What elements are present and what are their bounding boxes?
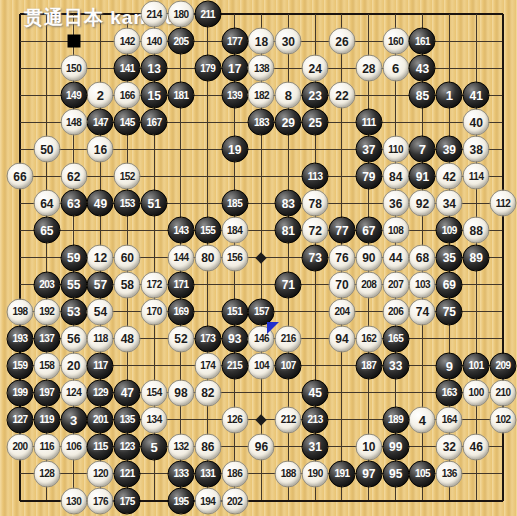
stone-white-2: 2 — [87, 82, 114, 109]
stone-white-70: 70 — [328, 271, 355, 298]
stone-black-167: 167 — [141, 109, 168, 136]
stone-black-113: 113 — [302, 163, 329, 190]
stone-white-50: 50 — [33, 136, 60, 163]
stone-black-193: 193 — [7, 325, 34, 352]
stone-white-128: 128 — [33, 460, 60, 487]
stone-black-19: 19 — [221, 136, 248, 163]
stone-white-186: 186 — [221, 460, 248, 487]
stone-white-8: 8 — [275, 82, 302, 109]
stone-black-153: 153 — [114, 190, 141, 217]
stone-black-63: 63 — [60, 190, 87, 217]
stone-black-187: 187 — [355, 352, 382, 379]
stone-white-62: 62 — [60, 163, 87, 190]
stone-white-88: 88 — [463, 217, 490, 244]
stone-white-207: 207 — [382, 271, 409, 298]
stone-white-114: 114 — [463, 163, 490, 190]
stone-white-72: 72 — [302, 217, 329, 244]
stone-black-1: 1 — [436, 82, 463, 109]
stone-black-185: 185 — [221, 190, 248, 217]
stone-white-120: 120 — [87, 460, 114, 487]
stone-white-150: 150 — [60, 55, 87, 82]
stone-black-123: 123 — [114, 433, 141, 460]
stone-black-83: 83 — [275, 190, 302, 217]
stone-black-171: 171 — [167, 271, 194, 298]
stone-white-80: 80 — [194, 244, 221, 271]
stone-black-155: 155 — [194, 217, 221, 244]
stone-white-40: 40 — [463, 109, 490, 136]
stone-black-95: 95 — [382, 460, 409, 487]
stone-black-23: 23 — [302, 82, 329, 109]
stone-white-54: 54 — [87, 298, 114, 325]
stone-black-65: 65 — [33, 217, 60, 244]
stone-white-132: 132 — [167, 433, 194, 460]
stone-black-165: 165 — [382, 325, 409, 352]
blue-triangle-marker — [267, 322, 279, 334]
stone-white-210: 210 — [489, 379, 516, 406]
go-board-diagram: 1234567891012131516171819202223242526282… — [0, 0, 517, 516]
stone-black-39: 39 — [436, 136, 463, 163]
stone-black-131: 131 — [194, 460, 221, 487]
stone-white-202: 202 — [221, 488, 248, 515]
stone-white-154: 154 — [141, 379, 168, 406]
stone-white-192: 192 — [33, 298, 60, 325]
stone-black-9: 9 — [436, 352, 463, 379]
stone-white-92: 92 — [409, 190, 436, 217]
stone-black-183: 183 — [248, 109, 275, 136]
stone-black-121: 121 — [114, 460, 141, 487]
stone-black-57: 57 — [87, 271, 114, 298]
stone-black-161: 161 — [409, 28, 436, 55]
stone-black-159: 159 — [7, 352, 34, 379]
stone-black-149: 149 — [60, 82, 87, 109]
stone-black-3: 3 — [60, 406, 87, 433]
stone-white-28: 28 — [355, 55, 382, 82]
stone-white-46: 46 — [463, 433, 490, 460]
stone-white-78: 78 — [302, 190, 329, 217]
stone-black-145: 145 — [114, 109, 141, 136]
stone-white-32: 32 — [436, 433, 463, 460]
stone-white-194: 194 — [194, 488, 221, 515]
stone-black-55: 55 — [60, 271, 87, 298]
stone-black-79: 79 — [355, 163, 382, 190]
stone-white-138: 138 — [248, 55, 275, 82]
stone-black-49: 49 — [87, 190, 114, 217]
stone-black-163: 163 — [436, 379, 463, 406]
stone-black-59: 59 — [60, 244, 87, 271]
stone-black-13: 13 — [141, 55, 168, 82]
stone-white-198: 198 — [7, 298, 34, 325]
stone-white-104: 104 — [248, 352, 275, 379]
stone-white-90: 90 — [355, 244, 382, 271]
stone-white-158: 158 — [33, 352, 60, 379]
stone-white-162: 162 — [355, 325, 382, 352]
stone-white-26: 26 — [328, 28, 355, 55]
stone-black-147: 147 — [87, 109, 114, 136]
stone-white-18: 18 — [248, 28, 275, 55]
stone-black-33: 33 — [382, 352, 409, 379]
stone-white-124: 124 — [60, 379, 87, 406]
stone-white-152: 152 — [114, 163, 141, 190]
stone-white-130: 130 — [60, 488, 87, 515]
stone-black-7: 7 — [409, 136, 436, 163]
stone-white-22: 22 — [328, 82, 355, 109]
stone-black-133: 133 — [167, 460, 194, 487]
stone-black-85: 85 — [409, 82, 436, 109]
stone-white-56: 56 — [60, 325, 87, 352]
stone-white-12: 12 — [87, 244, 114, 271]
stone-white-140: 140 — [141, 28, 168, 55]
stone-black-189: 189 — [382, 406, 409, 433]
stone-white-126: 126 — [221, 406, 248, 433]
stone-white-64: 64 — [33, 190, 60, 217]
stone-white-204: 204 — [328, 298, 355, 325]
stone-white-4: 4 — [409, 406, 436, 433]
stone-black-117: 117 — [87, 352, 114, 379]
stone-white-200: 200 — [7, 433, 34, 460]
stone-white-142: 142 — [114, 28, 141, 55]
stone-white-214: 214 — [141, 1, 168, 28]
stone-white-98: 98 — [167, 379, 194, 406]
stone-white-36: 36 — [382, 190, 409, 217]
stone-black-91: 91 — [409, 163, 436, 190]
stone-white-52: 52 — [167, 325, 194, 352]
stone-black-101: 101 — [463, 352, 490, 379]
stone-white-174: 174 — [194, 352, 221, 379]
stone-black-129: 129 — [87, 379, 114, 406]
stone-white-100: 100 — [463, 379, 490, 406]
stone-white-118: 118 — [87, 325, 114, 352]
stone-black-211: 211 — [194, 1, 221, 28]
stone-black-199: 199 — [7, 379, 34, 406]
stone-white-116: 116 — [33, 433, 60, 460]
stone-black-71: 71 — [275, 271, 302, 298]
stone-black-137: 137 — [33, 325, 60, 352]
stone-white-68: 68 — [409, 244, 436, 271]
stone-black-53: 53 — [60, 298, 87, 325]
stone-black-111: 111 — [355, 109, 382, 136]
stone-black-35: 35 — [436, 244, 463, 271]
stone-black-191: 191 — [328, 460, 355, 487]
stone-white-48: 48 — [114, 325, 141, 352]
stone-white-84: 84 — [382, 163, 409, 190]
stone-black-81: 81 — [275, 217, 302, 244]
stone-black-45: 45 — [302, 379, 329, 406]
stone-white-86: 86 — [194, 433, 221, 460]
stone-white-184: 184 — [221, 217, 248, 244]
stone-black-77: 77 — [328, 217, 355, 244]
stone-white-108: 108 — [382, 217, 409, 244]
stone-black-201: 201 — [87, 406, 114, 433]
stone-black-215: 215 — [221, 352, 248, 379]
stone-white-20: 20 — [60, 352, 87, 379]
stone-black-115: 115 — [87, 433, 114, 460]
stone-white-206: 206 — [382, 298, 409, 325]
stone-white-156: 156 — [221, 244, 248, 271]
stone-black-127: 127 — [7, 406, 34, 433]
stone-black-73: 73 — [302, 244, 329, 271]
stone-black-47: 47 — [114, 379, 141, 406]
stone-white-176: 176 — [87, 488, 114, 515]
stone-black-209: 209 — [489, 352, 516, 379]
stone-black-5: 5 — [141, 433, 168, 460]
stone-white-160: 160 — [382, 28, 409, 55]
stone-white-148: 148 — [60, 109, 87, 136]
stone-white-102: 102 — [489, 406, 516, 433]
stone-white-190: 190 — [302, 460, 329, 487]
stone-black-205: 205 — [167, 28, 194, 55]
stone-white-180: 180 — [167, 1, 194, 28]
stone-white-94: 94 — [328, 325, 355, 352]
stone-black-69: 69 — [436, 271, 463, 298]
stone-black-89: 89 — [463, 244, 490, 271]
stone-black-67: 67 — [355, 217, 382, 244]
stone-white-96: 96 — [248, 433, 275, 460]
stone-black-213: 213 — [302, 406, 329, 433]
stone-white-106: 106 — [60, 433, 87, 460]
stone-white-6: 6 — [382, 55, 409, 82]
stone-black-181: 181 — [167, 82, 194, 109]
stone-black-175: 175 — [114, 488, 141, 515]
stone-white-10: 10 — [355, 433, 382, 460]
star-point — [256, 252, 267, 263]
stone-black-139: 139 — [221, 82, 248, 109]
stone-black-75: 75 — [436, 298, 463, 325]
stone-white-30: 30 — [275, 28, 302, 55]
stone-black-135: 135 — [114, 406, 141, 433]
stone-white-76: 76 — [328, 244, 355, 271]
stone-black-31: 31 — [302, 433, 329, 460]
stone-black-197: 197 — [33, 379, 60, 406]
stone-black-151: 151 — [221, 298, 248, 325]
stone-white-38: 38 — [463, 136, 490, 163]
stone-black-25: 25 — [302, 109, 329, 136]
stone-black-107: 107 — [275, 352, 302, 379]
stone-white-24: 24 — [302, 55, 329, 82]
stone-white-212: 212 — [275, 406, 302, 433]
square-marker — [67, 35, 80, 48]
stone-white-170: 170 — [141, 298, 168, 325]
stone-black-195: 195 — [167, 488, 194, 515]
stone-black-143: 143 — [167, 217, 194, 244]
stone-white-188: 188 — [275, 460, 302, 487]
stone-white-112: 112 — [489, 190, 516, 217]
stone-black-15: 15 — [141, 82, 168, 109]
stone-white-58: 58 — [114, 271, 141, 298]
stone-black-99: 99 — [382, 433, 409, 460]
stone-white-82: 82 — [194, 379, 221, 406]
stone-black-43: 43 — [409, 55, 436, 82]
stone-black-179: 179 — [194, 55, 221, 82]
stone-white-136: 136 — [436, 460, 463, 487]
stone-white-164: 164 — [436, 406, 463, 433]
stone-black-169: 169 — [167, 298, 194, 325]
stone-black-141: 141 — [114, 55, 141, 82]
stone-white-208: 208 — [355, 271, 382, 298]
stone-white-182: 182 — [248, 82, 275, 109]
stone-black-173: 173 — [194, 325, 221, 352]
stone-black-51: 51 — [141, 190, 168, 217]
stone-white-110: 110 — [382, 136, 409, 163]
stone-white-172: 172 — [141, 271, 168, 298]
stone-black-97: 97 — [355, 460, 382, 487]
stone-black-119: 119 — [33, 406, 60, 433]
star-point — [256, 414, 267, 425]
stone-black-177: 177 — [221, 28, 248, 55]
stone-black-93: 93 — [221, 325, 248, 352]
stone-white-60: 60 — [114, 244, 141, 271]
stone-black-109: 109 — [436, 217, 463, 244]
stone-black-203: 203 — [33, 271, 60, 298]
stone-black-105: 105 — [409, 460, 436, 487]
stone-white-134: 134 — [141, 406, 168, 433]
stone-white-34: 34 — [436, 190, 463, 217]
stone-white-42: 42 — [436, 163, 463, 190]
stone-black-37: 37 — [355, 136, 382, 163]
stone-black-29: 29 — [275, 109, 302, 136]
stone-white-66: 66 — [7, 163, 34, 190]
stone-black-17: 17 — [221, 55, 248, 82]
stone-white-103: 103 — [409, 271, 436, 298]
stone-white-44: 44 — [382, 244, 409, 271]
stone-white-166: 166 — [114, 82, 141, 109]
stone-white-74: 74 — [409, 298, 436, 325]
stone-white-144: 144 — [167, 244, 194, 271]
stone-white-16: 16 — [87, 136, 114, 163]
stone-black-41: 41 — [463, 82, 490, 109]
